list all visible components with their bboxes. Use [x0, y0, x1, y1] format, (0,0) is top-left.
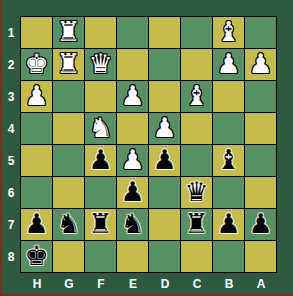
file-label-a: A: [245, 274, 277, 294]
square-c4[interactable]: [181, 113, 212, 144]
square-e5[interactable]: ♟: [117, 145, 148, 176]
black-queen-icon: ♛: [184, 178, 208, 205]
file-labels: HGFEDCBA: [21, 274, 277, 294]
square-g7[interactable]: ♞: [53, 209, 84, 240]
square-f6[interactable]: [85, 177, 116, 208]
square-d2[interactable]: [149, 49, 180, 80]
square-h1[interactable]: [21, 17, 52, 48]
black-pawn-icon: ♟: [120, 178, 144, 205]
file-label-d: D: [149, 274, 181, 294]
square-g3[interactable]: [53, 81, 84, 112]
white-queen-icon: ♛: [88, 50, 112, 77]
square-c8[interactable]: [181, 241, 212, 272]
file-label-c: C: [181, 274, 213, 294]
square-c7[interactable]: ♜: [181, 209, 212, 240]
square-b1[interactable]: ♝: [213, 17, 244, 48]
square-g5[interactable]: [53, 145, 84, 176]
black-pawn-icon: ♟: [24, 210, 48, 237]
chess-board: ♜♝♚♜♛♟♟♟♟♝♞♟♟♟♟♝♟♛♟♞♜♞♜♟♟♚: [20, 16, 277, 273]
rank-label-4: 4: [2, 113, 20, 145]
black-pawn-icon: ♟: [216, 210, 240, 237]
square-f5[interactable]: ♟: [85, 145, 116, 176]
white-pawn-icon: ♟: [120, 146, 144, 173]
square-a4[interactable]: [245, 113, 276, 144]
square-a5[interactable]: [245, 145, 276, 176]
chess-app-window: 12345678 ♜♝♚♜♛♟♟♟♟♝♞♟♟♟♟♝♟♛♟♞♜♞♜♟♟♚ HGFE…: [0, 0, 293, 296]
file-label-e: E: [117, 274, 149, 294]
file-label-g: G: [53, 274, 85, 294]
white-pawn-icon: ♟: [248, 50, 272, 77]
square-b4[interactable]: [213, 113, 244, 144]
square-c6[interactable]: ♛: [181, 177, 212, 208]
rank-label-5: 5: [2, 145, 20, 177]
square-e7[interactable]: ♞: [117, 209, 148, 240]
square-a2[interactable]: ♟: [245, 49, 276, 80]
white-bishop-icon: ♝: [184, 82, 208, 109]
white-king-icon: ♚: [24, 50, 48, 77]
square-a8[interactable]: [245, 241, 276, 272]
square-h4[interactable]: [21, 113, 52, 144]
square-a1[interactable]: [245, 17, 276, 48]
rank-label-2: 2: [2, 49, 20, 81]
square-g1[interactable]: ♜: [53, 17, 84, 48]
square-e2[interactable]: [117, 49, 148, 80]
black-pawn-icon: ♟: [88, 146, 112, 173]
square-f3[interactable]: [85, 81, 116, 112]
square-c2[interactable]: [181, 49, 212, 80]
black-knight-icon: ♞: [120, 210, 144, 237]
square-e8[interactable]: [117, 241, 148, 272]
square-h5[interactable]: [21, 145, 52, 176]
file-label-h: H: [21, 274, 53, 294]
rank-label-3: 3: [2, 81, 20, 113]
white-rook-icon: ♜: [56, 18, 80, 45]
file-label-b: B: [213, 274, 245, 294]
square-c5[interactable]: [181, 145, 212, 176]
square-b2[interactable]: ♟: [213, 49, 244, 80]
square-g6[interactable]: [53, 177, 84, 208]
rank-label-1: 1: [2, 17, 20, 49]
square-g2[interactable]: ♜: [53, 49, 84, 80]
square-c3[interactable]: ♝: [181, 81, 212, 112]
square-d8[interactable]: [149, 241, 180, 272]
square-f1[interactable]: [85, 17, 116, 48]
white-pawn-icon: ♟: [216, 50, 240, 77]
square-f4[interactable]: ♞: [85, 113, 116, 144]
black-pawn-icon: ♟: [152, 146, 176, 173]
rank-labels: 12345678: [2, 17, 20, 273]
square-e6[interactable]: ♟: [117, 177, 148, 208]
square-e4[interactable]: [117, 113, 148, 144]
square-g4[interactable]: [53, 113, 84, 144]
square-f2[interactable]: ♛: [85, 49, 116, 80]
rank-label-7: 7: [2, 209, 20, 241]
white-pawn-icon: ♟: [152, 114, 176, 141]
square-e1[interactable]: [117, 17, 148, 48]
square-c1[interactable]: [181, 17, 212, 48]
square-f8[interactable]: [85, 241, 116, 272]
white-pawn-icon: ♟: [120, 82, 144, 109]
white-knight-icon: ♞: [88, 114, 112, 141]
square-b5[interactable]: ♝: [213, 145, 244, 176]
black-rook-icon: ♜: [88, 210, 112, 237]
square-e3[interactable]: ♟: [117, 81, 148, 112]
square-b8[interactable]: [213, 241, 244, 272]
square-d1[interactable]: [149, 17, 180, 48]
rank-label-8: 8: [2, 241, 20, 273]
rank-label-6: 6: [2, 177, 20, 209]
white-rook-icon: ♜: [56, 50, 80, 77]
square-h7[interactable]: ♟: [21, 209, 52, 240]
square-a3[interactable]: [245, 81, 276, 112]
black-pawn-icon: ♟: [248, 210, 272, 237]
square-h6[interactable]: [21, 177, 52, 208]
black-knight-icon: ♞: [56, 210, 80, 237]
square-d5[interactable]: ♟: [149, 145, 180, 176]
square-h2[interactable]: ♚: [21, 49, 52, 80]
square-h3[interactable]: ♟: [21, 81, 52, 112]
square-b7[interactable]: ♟: [213, 209, 244, 240]
square-d6[interactable]: [149, 177, 180, 208]
square-a6[interactable]: [245, 177, 276, 208]
square-h8[interactable]: ♚: [21, 241, 52, 272]
white-bishop-icon: ♝: [216, 18, 240, 45]
square-d3[interactable]: [149, 81, 180, 112]
square-f7[interactable]: ♜: [85, 209, 116, 240]
black-king-icon: ♚: [24, 242, 48, 269]
square-d4[interactable]: ♟: [149, 113, 180, 144]
square-d7[interactable]: [149, 209, 180, 240]
file-label-f: F: [85, 274, 117, 294]
square-b3[interactable]: [213, 81, 244, 112]
white-pawn-icon: ♟: [24, 82, 48, 109]
square-a7[interactable]: ♟: [245, 209, 276, 240]
square-b6[interactable]: [213, 177, 244, 208]
black-bishop-icon: ♝: [216, 146, 240, 173]
black-rook-icon: ♜: [184, 210, 208, 237]
square-g8[interactable]: [53, 241, 84, 272]
